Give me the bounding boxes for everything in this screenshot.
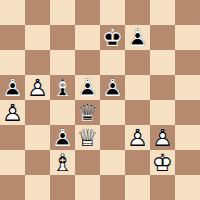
square-f6[interactable] <box>125 50 150 75</box>
square-b4[interactable] <box>25 100 50 125</box>
square-d3[interactable]: ♛♕ <box>75 125 100 150</box>
square-a5[interactable]: ♟♙ <box>0 75 25 100</box>
square-c5[interactable]: ♝♗ <box>50 75 75 100</box>
square-g6[interactable] <box>150 50 175 75</box>
square-h3[interactable] <box>175 125 200 150</box>
square-d5[interactable]: ♟♙ <box>75 75 100 100</box>
square-f8[interactable] <box>125 0 150 25</box>
piece-black-pawn[interactable]: ♟♙ <box>125 25 150 50</box>
square-g1[interactable] <box>150 175 175 200</box>
square-f5[interactable] <box>125 75 150 100</box>
square-c2[interactable]: ♝♗ <box>50 150 75 175</box>
square-h4[interactable] <box>175 100 200 125</box>
square-f3[interactable]: ♟♙ <box>125 125 150 150</box>
piece-white-pawn[interactable]: ♟♙ <box>125 125 150 150</box>
square-e4[interactable] <box>100 100 125 125</box>
piece-glyph-outline: ♗ <box>50 75 75 100</box>
piece-glyph-outline: ♙ <box>150 125 175 150</box>
square-d4[interactable]: ♛♕ <box>75 100 100 125</box>
piece-white-king[interactable]: ♚♔ <box>150 150 175 175</box>
piece-white-pawn[interactable]: ♟♙ <box>25 75 50 100</box>
piece-glyph-outline: ♕ <box>75 125 100 150</box>
square-b7[interactable] <box>25 25 50 50</box>
square-b6[interactable] <box>25 50 50 75</box>
square-e7[interactable]: ♚♔ <box>100 25 125 50</box>
piece-black-pawn[interactable]: ♟♙ <box>50 125 75 150</box>
square-a3[interactable] <box>0 125 25 150</box>
square-a8[interactable] <box>0 0 25 25</box>
square-b5[interactable]: ♟♙ <box>25 75 50 100</box>
square-d6[interactable] <box>75 50 100 75</box>
piece-black-king[interactable]: ♚♔ <box>100 25 125 50</box>
piece-black-queen[interactable]: ♛♕ <box>75 100 100 125</box>
square-f4[interactable] <box>125 100 150 125</box>
square-d7[interactable] <box>75 25 100 50</box>
square-h7[interactable] <box>175 25 200 50</box>
piece-black-pawn[interactable]: ♟♙ <box>100 75 125 100</box>
piece-glyph-outline: ♔ <box>150 150 175 175</box>
square-e5[interactable]: ♟♙ <box>100 75 125 100</box>
chess-board: ♚♔♟♙♟♙♟♙♝♗♟♙♟♙♟♙♛♕♟♙♛♕♟♙♟♙♝♗♚♔ <box>0 0 200 200</box>
square-d8[interactable] <box>75 0 100 25</box>
piece-glyph-outline: ♙ <box>125 25 150 50</box>
square-f1[interactable] <box>125 175 150 200</box>
piece-white-pawn[interactable]: ♟♙ <box>0 100 25 125</box>
square-f7[interactable]: ♟♙ <box>125 25 150 50</box>
square-g3[interactable]: ♟♙ <box>150 125 175 150</box>
piece-glyph-outline: ♙ <box>100 75 125 100</box>
square-a4[interactable]: ♟♙ <box>0 100 25 125</box>
piece-glyph-outline: ♙ <box>0 100 25 125</box>
square-c1[interactable] <box>50 175 75 200</box>
piece-white-pawn[interactable]: ♟♙ <box>150 125 175 150</box>
square-b2[interactable] <box>25 150 50 175</box>
square-h6[interactable] <box>175 50 200 75</box>
piece-black-pawn[interactable]: ♟♙ <box>0 75 25 100</box>
square-c8[interactable] <box>50 0 75 25</box>
square-e1[interactable] <box>100 175 125 200</box>
square-b8[interactable] <box>25 0 50 25</box>
piece-glyph-outline: ♔ <box>100 25 125 50</box>
piece-white-bishop[interactable]: ♝♗ <box>50 150 75 175</box>
square-e8[interactable] <box>100 0 125 25</box>
square-f2[interactable] <box>125 150 150 175</box>
square-b3[interactable] <box>25 125 50 150</box>
piece-white-queen[interactable]: ♛♕ <box>75 125 100 150</box>
piece-glyph-outline: ♙ <box>0 75 25 100</box>
square-c3[interactable]: ♟♙ <box>50 125 75 150</box>
square-a6[interactable] <box>0 50 25 75</box>
square-a2[interactable] <box>0 150 25 175</box>
piece-glyph-outline: ♙ <box>25 75 50 100</box>
square-b1[interactable] <box>25 175 50 200</box>
square-h2[interactable] <box>175 150 200 175</box>
square-d2[interactable] <box>75 150 100 175</box>
piece-black-pawn[interactable]: ♟♙ <box>75 75 100 100</box>
square-a1[interactable] <box>0 175 25 200</box>
square-g5[interactable] <box>150 75 175 100</box>
square-h1[interactable] <box>175 175 200 200</box>
square-e2[interactable] <box>100 150 125 175</box>
square-c7[interactable] <box>50 25 75 50</box>
square-c4[interactable] <box>50 100 75 125</box>
piece-glyph-outline: ♙ <box>125 125 150 150</box>
piece-black-bishop[interactable]: ♝♗ <box>50 75 75 100</box>
square-a7[interactable] <box>0 25 25 50</box>
square-e6[interactable] <box>100 50 125 75</box>
square-g2[interactable]: ♚♔ <box>150 150 175 175</box>
piece-glyph-outline: ♗ <box>50 150 75 175</box>
piece-glyph-outline: ♙ <box>75 75 100 100</box>
square-g8[interactable] <box>150 0 175 25</box>
square-e3[interactable] <box>100 125 125 150</box>
square-d1[interactable] <box>75 175 100 200</box>
square-g4[interactable] <box>150 100 175 125</box>
square-h5[interactable] <box>175 75 200 100</box>
square-c6[interactable] <box>50 50 75 75</box>
square-h8[interactable] <box>175 0 200 25</box>
square-g7[interactable] <box>150 25 175 50</box>
piece-glyph-outline: ♕ <box>75 100 100 125</box>
piece-glyph-outline: ♙ <box>50 125 75 150</box>
